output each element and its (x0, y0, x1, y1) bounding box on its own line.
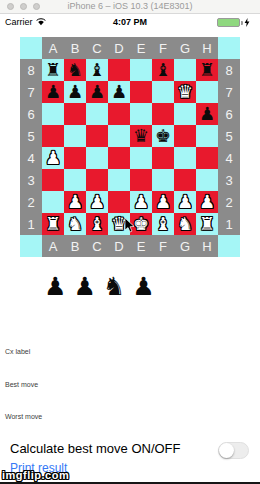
file-label-b-top: B (64, 37, 86, 59)
square-g6[interactable] (174, 103, 196, 125)
square-e6[interactable] (130, 103, 152, 125)
cx-label: Cx label (5, 348, 30, 355)
square-f2[interactable]: ♟ (152, 191, 174, 213)
rank-label-7-left: 7 (20, 81, 42, 103)
square-a2[interactable] (42, 191, 64, 213)
square-d7[interactable]: ♟ (108, 81, 130, 103)
piece-black-bishop: ♝ (89, 59, 105, 81)
captured-black-pawn: ♟ (132, 271, 154, 303)
file-label-c-bottom: C (86, 235, 108, 257)
square-e8[interactable] (130, 59, 152, 81)
square-d6[interactable] (108, 103, 130, 125)
charging-bolt-icon (244, 18, 250, 27)
piece-white-king: ♚ (133, 213, 149, 235)
piece-black-pawn: ♟ (199, 103, 215, 125)
square-e3[interactable] (130, 169, 152, 191)
square-h1[interactable]: ♜ (196, 213, 218, 235)
rank-label-6-right: 6 (218, 103, 240, 125)
square-f1[interactable]: ♝ (152, 213, 174, 235)
board-corner (20, 235, 42, 257)
square-a4[interactable]: ♟ (42, 147, 64, 169)
rank-label-3-right: 3 (218, 169, 240, 191)
square-a8[interactable]: ♜ (42, 59, 64, 81)
square-c2[interactable]: ♟ (86, 191, 108, 213)
file-label-h-bottom: H (196, 235, 218, 257)
file-label-c-top: C (86, 37, 108, 59)
square-g5[interactable] (174, 125, 196, 147)
rank-label-7-right: 7 (218, 81, 240, 103)
mouse-cursor-icon (124, 218, 135, 233)
square-d8[interactable] (108, 59, 130, 81)
file-label-a-bottom: A (42, 235, 64, 257)
square-f8[interactable]: ♝ (152, 59, 174, 81)
file-label-g-top: G (174, 37, 196, 59)
square-e7[interactable] (130, 81, 152, 103)
file-label-h-top: H (196, 37, 218, 59)
captured-pieces-tray: ♟♟♞♟ (44, 271, 155, 303)
square-b2[interactable]: ♟ (64, 191, 86, 213)
square-e4[interactable] (130, 147, 152, 169)
rank-label-1-right: 1 (218, 213, 240, 235)
rank-label-3-left: 3 (20, 169, 42, 191)
piece-white-pawn: ♟ (45, 147, 61, 169)
piece-black-king: ♚ (155, 125, 171, 147)
square-c1[interactable]: ♝ (86, 213, 108, 235)
square-g7[interactable]: ♛ (174, 81, 196, 103)
calculate-best-move-label: Calculate best move ON/OFF (10, 441, 181, 456)
piece-white-pawn: ♟ (177, 191, 193, 213)
square-g8[interactable] (174, 59, 196, 81)
window-titlebar: iPhone 6 – iOS 10.3 (14E8301) (0, 0, 260, 14)
file-label-b-bottom: B (64, 235, 86, 257)
square-b4[interactable] (64, 147, 86, 169)
piece-black-rook: ♜ (45, 59, 61, 81)
square-h2[interactable]: ♟ (196, 191, 218, 213)
square-h8[interactable]: ♜ (196, 59, 218, 81)
rank-label-8-left: 8 (20, 59, 42, 81)
square-g2[interactable]: ♟ (174, 191, 196, 213)
rank-label-4-right: 4 (218, 147, 240, 169)
file-label-e-top: E (130, 37, 152, 59)
board-corner (218, 235, 240, 257)
file-label-e-bottom: E (130, 235, 152, 257)
square-h5[interactable] (196, 125, 218, 147)
piece-black-rook: ♜ (199, 59, 215, 81)
square-a5[interactable] (42, 125, 64, 147)
file-label-a-top: A (42, 37, 64, 59)
worst-move-label: Worst move (5, 413, 42, 420)
file-label-g-bottom: G (174, 235, 196, 257)
rank-label-5-left: 5 (20, 125, 42, 147)
square-e5[interactable]: ♛ (130, 125, 152, 147)
rank-label-5-right: 5 (218, 125, 240, 147)
piece-white-queen: ♛ (177, 81, 193, 103)
board-corner (20, 37, 42, 59)
square-b3[interactable] (64, 169, 86, 191)
square-a1[interactable]: ♜ (42, 213, 64, 235)
battery-icon (217, 18, 250, 27)
square-b1[interactable]: ♞ (64, 213, 86, 235)
square-c8[interactable]: ♝ (86, 59, 108, 81)
square-d3[interactable] (108, 169, 130, 191)
captured-black-pawn: ♟ (44, 271, 66, 303)
board-corner (218, 37, 240, 59)
battery-cap (241, 21, 243, 25)
square-f7[interactable] (152, 81, 174, 103)
square-c6[interactable] (86, 103, 108, 125)
status-bar: Carrier 4:07 PM (0, 14, 260, 36)
piece-white-pawn: ♟ (67, 191, 83, 213)
square-b5[interactable] (64, 125, 86, 147)
piece-black-pawn: ♟ (45, 81, 61, 103)
rank-label-6-left: 6 (20, 103, 42, 125)
file-label-d-bottom: D (108, 235, 130, 257)
square-f6[interactable] (152, 103, 174, 125)
best-move-label: Best move (5, 381, 38, 388)
piece-black-bishop: ♝ (155, 59, 171, 81)
piece-black-knight: ♞ (67, 59, 83, 81)
calculate-toggle[interactable] (218, 442, 249, 459)
file-label-f-bottom: F (152, 235, 174, 257)
rank-label-1-left: 1 (20, 213, 42, 235)
rank-label-8-right: 8 (218, 59, 240, 81)
piece-white-pawn: ♟ (133, 191, 149, 213)
piece-white-pawn: ♟ (155, 191, 171, 213)
captured-black-knight: ♞ (103, 271, 125, 303)
piece-white-pawn: ♟ (89, 191, 105, 213)
piece-white-rook: ♜ (45, 213, 61, 235)
square-g3[interactable] (174, 169, 196, 191)
captured-black-pawn: ♟ (73, 271, 95, 303)
piece-white-bishop: ♝ (155, 213, 171, 235)
battery-body (217, 18, 240, 27)
rank-label-2-left: 2 (20, 191, 42, 213)
square-a3[interactable] (42, 169, 64, 191)
square-f5[interactable]: ♚ (152, 125, 174, 147)
square-c7[interactable]: ♟ (86, 81, 108, 103)
square-c3[interactable] (86, 169, 108, 191)
square-a7[interactable]: ♟ (42, 81, 64, 103)
square-g1[interactable]: ♞ (174, 213, 196, 235)
square-e2[interactable]: ♟ (130, 191, 152, 213)
square-b7[interactable]: ♟ (64, 81, 86, 103)
square-d4[interactable] (108, 147, 130, 169)
square-f4[interactable] (152, 147, 174, 169)
square-h4[interactable] (196, 147, 218, 169)
piece-white-rook: ♜ (199, 213, 215, 235)
window-title: iPhone 6 – iOS 10.3 (14E8301) (0, 1, 260, 11)
square-h6[interactable]: ♟ (196, 103, 218, 125)
file-label-f-top: F (152, 37, 174, 59)
rank-label-2-right: 2 (218, 191, 240, 213)
square-b8[interactable]: ♞ (64, 59, 86, 81)
toggle-knob (219, 443, 234, 458)
square-a6[interactable] (42, 103, 64, 125)
file-label-d-top: D (108, 37, 130, 59)
piece-black-pawn: ♟ (89, 81, 105, 103)
square-g4[interactable] (174, 147, 196, 169)
piece-black-pawn: ♟ (111, 81, 127, 103)
square-d5[interactable] (108, 125, 130, 147)
piece-black-queen: ♛ (133, 125, 149, 147)
square-h7[interactable] (196, 81, 218, 103)
square-c4[interactable] (86, 147, 108, 169)
square-h3[interactable] (196, 169, 218, 191)
piece-white-bishop: ♝ (89, 213, 105, 235)
piece-white-knight: ♞ (177, 213, 193, 235)
piece-white-pawn: ♟ (199, 191, 215, 213)
piece-black-pawn: ♟ (67, 81, 83, 103)
square-c5[interactable] (86, 125, 108, 147)
square-d2[interactable] (108, 191, 130, 213)
square-b6[interactable] (64, 103, 86, 125)
rank-label-4-left: 4 (20, 147, 42, 169)
square-f3[interactable] (152, 169, 174, 191)
imgflip-watermark: imgflip.com (2, 469, 69, 481)
piece-white-knight: ♞ (67, 213, 83, 235)
